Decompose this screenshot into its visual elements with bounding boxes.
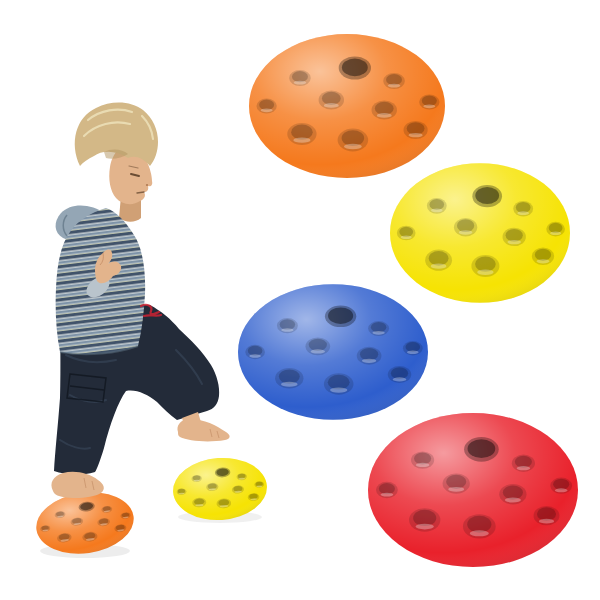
dome-large-red xyxy=(368,413,578,567)
scene-svg xyxy=(0,0,600,600)
child-mouth xyxy=(137,192,144,193)
product-photo xyxy=(0,0,600,600)
dome-large-orange xyxy=(249,34,445,178)
child-figure xyxy=(51,103,229,498)
dome-small-yellow xyxy=(171,455,269,523)
child-hair xyxy=(75,103,158,166)
child-nostril xyxy=(146,184,148,186)
dome-large-yellow xyxy=(390,163,570,303)
child-foot-standing xyxy=(51,472,103,498)
dome-large-blue xyxy=(238,284,428,419)
